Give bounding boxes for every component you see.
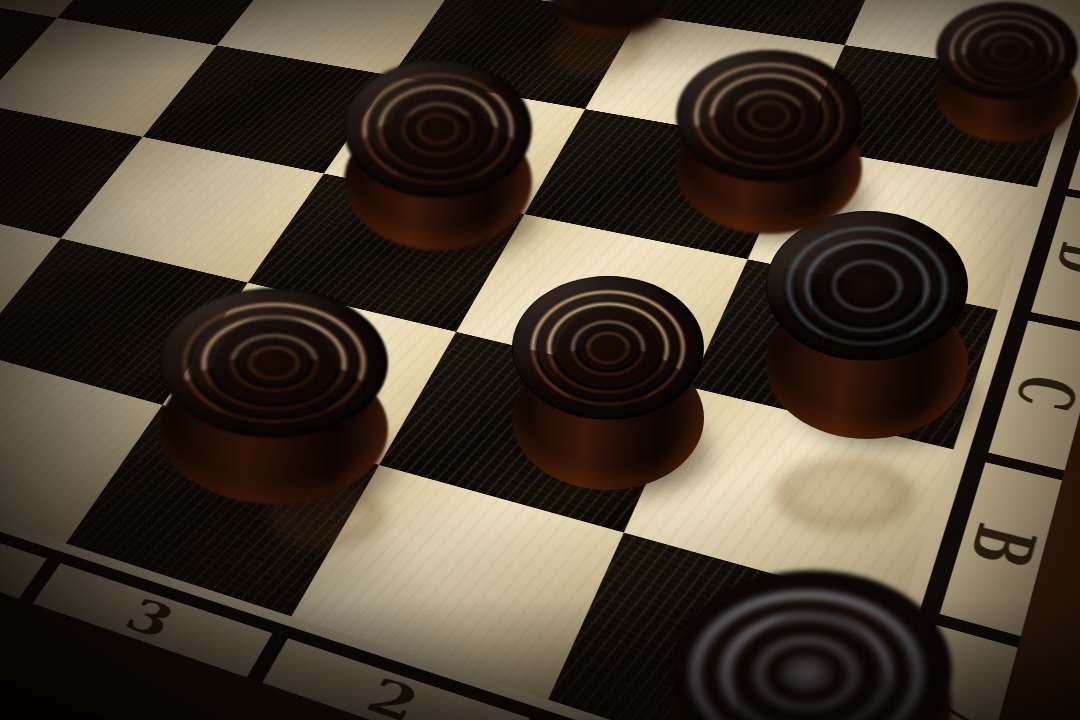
piece-c3[interactable]: ● bbox=[344, 60, 532, 250]
checker-glyph: ● bbox=[345, 61, 531, 198]
piece-top-face: ● bbox=[160, 288, 388, 438]
piece-top-face: ● bbox=[676, 50, 862, 182]
piece-e1[interactable]: ● bbox=[936, 2, 1078, 142]
checker-glyph: ● bbox=[161, 289, 387, 438]
checker-glyph: ● bbox=[673, 571, 951, 720]
piece-top-face: ● bbox=[512, 276, 704, 420]
board-photo: ABCDEFGH12345678 ●●●●●●●● bbox=[0, 0, 1080, 720]
checker-glyph: ● bbox=[513, 277, 703, 420]
piece-a1[interactable]: ● bbox=[672, 570, 952, 720]
piece-top-face: ● bbox=[344, 60, 532, 198]
piece-top-face: ● bbox=[672, 570, 952, 720]
piece-top-face: ● bbox=[936, 2, 1078, 100]
checker-glyph: ● bbox=[937, 3, 1077, 100]
piece-a3[interactable]: ● bbox=[160, 288, 388, 504]
piece-d2[interactable]: ● bbox=[676, 50, 862, 234]
piece-f3[interactable]: ● bbox=[550, 0, 670, 36]
piece-b2[interactable]: ● bbox=[512, 276, 704, 490]
checker-glyph: ● bbox=[677, 51, 861, 182]
